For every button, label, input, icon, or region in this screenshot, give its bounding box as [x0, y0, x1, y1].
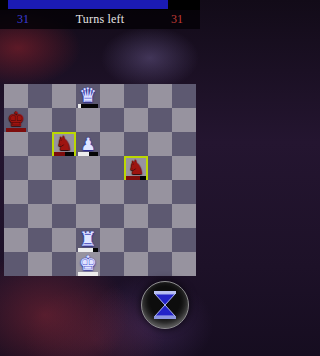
- board-square-e3[interactable]: [100, 204, 124, 228]
- board-square-c4[interactable]: [52, 180, 76, 204]
- board-square-e6[interactable]: [100, 132, 124, 156]
- red-turns-count: 31: [154, 12, 200, 27]
- board-square-f7[interactable]: [124, 108, 148, 132]
- board-square-h8[interactable]: [172, 84, 196, 108]
- board-square-b3[interactable]: [28, 204, 52, 228]
- board-square-a3[interactable]: [4, 204, 28, 228]
- board-square-d7[interactable]: [76, 108, 100, 132]
- board-square-c5[interactable]: [52, 156, 76, 180]
- board-square-c8[interactable]: [52, 84, 76, 108]
- board-square-e1[interactable]: [100, 252, 124, 276]
- board-square-a1[interactable]: [4, 252, 28, 276]
- board-square-b7[interactable]: [28, 108, 52, 132]
- board-square-a4[interactable]: [4, 180, 28, 204]
- blue-turns-count: 31: [0, 12, 46, 27]
- board-square-a6[interactable]: [4, 132, 28, 156]
- board-square-f3[interactable]: [124, 204, 148, 228]
- board-square-g4[interactable]: [148, 180, 172, 204]
- board-square-h7[interactable]: [172, 108, 196, 132]
- board-square-c6[interactable]: ♞: [52, 132, 76, 156]
- health-bar: [78, 248, 98, 252]
- board-square-g5[interactable]: [148, 156, 172, 180]
- health-bar: [78, 152, 98, 156]
- board-square-b4[interactable]: [28, 180, 52, 204]
- board-square-e2[interactable]: [100, 228, 124, 252]
- board-square-c1[interactable]: [52, 252, 76, 276]
- notification-bar: [8, 0, 168, 9]
- health-bar: [54, 152, 74, 156]
- board-square-f6[interactable]: [124, 132, 148, 156]
- board-square-h2[interactable]: [172, 228, 196, 252]
- board-square-g3[interactable]: [148, 204, 172, 228]
- hourglass-icon: [152, 290, 178, 320]
- board-square-g1[interactable]: [148, 252, 172, 276]
- board-square-h5[interactable]: [172, 156, 196, 180]
- board-square-d3[interactable]: [76, 204, 100, 228]
- board-square-c3[interactable]: [52, 204, 76, 228]
- board-square-d5[interactable]: [76, 156, 100, 180]
- hourglass-button[interactable]: [141, 281, 189, 329]
- board-square-g7[interactable]: [148, 108, 172, 132]
- board-square-f8[interactable]: [124, 84, 148, 108]
- turns-header: 31 Turns left 31: [0, 10, 200, 29]
- board-square-h1[interactable]: [172, 252, 196, 276]
- board-square-e8[interactable]: [100, 84, 124, 108]
- board-square-d2[interactable]: ♜: [76, 228, 100, 252]
- board-square-b6[interactable]: [28, 132, 52, 156]
- board-square-a2[interactable]: [4, 228, 28, 252]
- health-bar: [6, 128, 26, 132]
- board-square-c7[interactable]: [52, 108, 76, 132]
- health-bar: [78, 104, 98, 108]
- board-square-b1[interactable]: [28, 252, 52, 276]
- board-square-d1[interactable]: ♚: [76, 252, 100, 276]
- board-square-h4[interactable]: [172, 180, 196, 204]
- board-square-h3[interactable]: [172, 204, 196, 228]
- board-square-d8[interactable]: ♛: [76, 84, 100, 108]
- health-bar: [126, 176, 146, 180]
- board-square-b2[interactable]: [28, 228, 52, 252]
- board-square-e5[interactable]: [100, 156, 124, 180]
- board-square-g8[interactable]: [148, 84, 172, 108]
- board-square-d4[interactable]: [76, 180, 100, 204]
- board-square-g6[interactable]: [148, 132, 172, 156]
- board-square-f5[interactable]: ♞: [124, 156, 148, 180]
- board-square-a8[interactable]: [4, 84, 28, 108]
- board-square-f1[interactable]: [124, 252, 148, 276]
- chess-board[interactable]: ♛♚♞♟♞♜♚: [4, 84, 196, 276]
- board-square-c2[interactable]: [52, 228, 76, 252]
- status-bar: [0, 0, 200, 10]
- board-square-e4[interactable]: [100, 180, 124, 204]
- board-square-e7[interactable]: [100, 108, 124, 132]
- board-square-a5[interactable]: [4, 156, 28, 180]
- board-square-f4[interactable]: [124, 180, 148, 204]
- board-square-b8[interactable]: [28, 84, 52, 108]
- board-square-g2[interactable]: [148, 228, 172, 252]
- board-square-f2[interactable]: [124, 228, 148, 252]
- board-square-a7[interactable]: ♚: [4, 108, 28, 132]
- board-square-d6[interactable]: ♟: [76, 132, 100, 156]
- board-square-h6[interactable]: [172, 132, 196, 156]
- board-square-b5[interactable]: [28, 156, 52, 180]
- health-bar: [78, 272, 98, 276]
- turns-left-label: Turns left: [76, 12, 125, 27]
